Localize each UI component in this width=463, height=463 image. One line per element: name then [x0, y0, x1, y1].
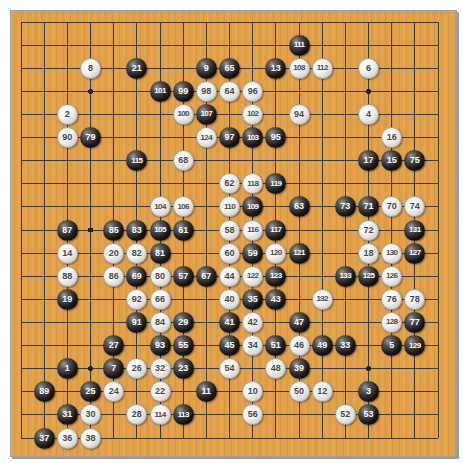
stone-black-move-131: 131	[404, 220, 425, 241]
stone-white-move-20: 20	[103, 243, 124, 264]
stone-black-move-45: 45	[219, 335, 240, 356]
stone-white-move-126: 126	[381, 266, 402, 287]
stone-black-move-23: 23	[173, 358, 194, 379]
stone-white-move-86: 86	[103, 266, 124, 287]
stone-white-move-50: 50	[289, 381, 310, 402]
stone-white-move-104: 104	[150, 196, 171, 217]
stone-black-move-113: 113	[173, 404, 194, 425]
stone-black-move-117: 117	[265, 220, 286, 241]
stone-black-move-121: 121	[289, 243, 310, 264]
stone-black-move-133: 133	[335, 266, 356, 287]
stone-black-move-111: 111	[289, 35, 310, 56]
stone-white-move-124: 124	[196, 127, 217, 148]
stone-black-move-33: 33	[335, 335, 356, 356]
star-point	[88, 228, 93, 233]
stone-black-move-127: 127	[404, 243, 425, 264]
star-point	[366, 89, 371, 94]
stone-black-move-63: 63	[289, 196, 310, 217]
stone-white-move-58: 58	[219, 220, 240, 241]
stone-white-move-128: 128	[381, 312, 402, 333]
star-point	[366, 366, 371, 371]
stone-white-move-36: 36	[57, 428, 78, 449]
stone-white-move-122: 122	[242, 266, 263, 287]
stone-white-move-8: 8	[80, 58, 101, 79]
stone-white-move-18: 18	[358, 243, 379, 264]
stone-black-move-47: 47	[289, 312, 310, 333]
stone-white-move-92: 92	[126, 289, 147, 310]
stone-black-move-65: 65	[219, 58, 240, 79]
stone-white-move-90: 90	[57, 127, 78, 148]
stone-black-move-101: 101	[150, 81, 171, 102]
stone-black-move-97: 97	[219, 127, 240, 148]
stone-white-move-96: 96	[242, 81, 263, 102]
stone-black-move-13: 13	[265, 58, 286, 79]
page-background: 1234567891011121314151617181920212223242…	[0, 0, 463, 463]
stone-black-move-35: 35	[242, 289, 263, 310]
stone-black-move-105: 105	[150, 220, 171, 241]
stone-black-move-89: 89	[34, 381, 55, 402]
stone-white-move-82: 82	[126, 243, 147, 264]
stone-black-move-123: 123	[265, 266, 286, 287]
stone-white-move-4: 4	[358, 104, 379, 125]
stone-white-move-40: 40	[219, 289, 240, 310]
stone-white-move-22: 22	[150, 381, 171, 402]
stone-black-move-69: 69	[126, 266, 147, 287]
stone-white-move-78: 78	[404, 289, 425, 310]
stone-white-move-94: 94	[289, 104, 310, 125]
stone-white-move-60: 60	[219, 243, 240, 264]
stone-black-move-87: 87	[57, 220, 78, 241]
stone-white-move-98: 98	[196, 81, 217, 102]
stone-white-move-38: 38	[80, 428, 101, 449]
stone-black-move-125: 125	[358, 266, 379, 287]
stone-black-move-11: 11	[196, 381, 217, 402]
stone-black-move-57: 57	[173, 266, 194, 287]
stone-white-move-46: 46	[289, 335, 310, 356]
stone-white-move-108: 108	[289, 58, 310, 79]
go-board[interactable]: 1234567891011121314151617181920212223242…	[10, 10, 457, 457]
stone-black-move-39: 39	[289, 358, 310, 379]
stone-white-move-76: 76	[381, 289, 402, 310]
stone-white-move-106: 106	[173, 196, 194, 217]
stone-white-move-116: 116	[242, 220, 263, 241]
stone-black-move-85: 85	[103, 220, 124, 241]
stone-white-move-132: 132	[312, 289, 333, 310]
stone-white-move-130: 130	[381, 243, 402, 264]
stone-black-move-19: 19	[57, 289, 78, 310]
stone-white-move-32: 32	[150, 358, 171, 379]
stone-white-move-12: 12	[312, 381, 333, 402]
star-point	[88, 366, 93, 371]
stone-white-move-14: 14	[57, 243, 78, 264]
stone-black-move-79: 79	[80, 127, 101, 148]
stone-black-move-81: 81	[150, 243, 171, 264]
stone-black-move-67: 67	[196, 266, 217, 287]
stone-white-move-84: 84	[150, 312, 171, 333]
star-point	[88, 89, 93, 94]
stone-white-move-2: 2	[57, 104, 78, 125]
stone-black-move-83: 83	[126, 220, 147, 241]
stone-white-move-120: 120	[265, 243, 286, 264]
stone-black-move-37: 37	[34, 428, 55, 449]
stone-black-move-29: 29	[173, 312, 194, 333]
stone-white-move-88: 88	[57, 266, 78, 287]
stone-white-move-66: 66	[150, 289, 171, 310]
stone-white-move-112: 112	[312, 58, 333, 79]
stone-white-move-100: 100	[173, 104, 194, 125]
stone-white-move-80: 80	[150, 266, 171, 287]
stone-black-move-9: 9	[196, 58, 217, 79]
stone-black-move-49: 49	[312, 335, 333, 356]
stone-black-move-99: 99	[173, 81, 194, 102]
stone-black-move-55: 55	[173, 335, 194, 356]
stone-white-move-72: 72	[358, 220, 379, 241]
stone-black-move-21: 21	[126, 58, 147, 79]
stone-black-move-43: 43	[265, 289, 286, 310]
stone-black-move-61: 61	[173, 220, 194, 241]
stone-black-move-107: 107	[196, 104, 217, 125]
stone-white-move-6: 6	[358, 58, 379, 79]
stone-black-move-93: 93	[150, 335, 171, 356]
stone-black-move-1: 1	[57, 358, 78, 379]
stone-white-move-114: 114	[150, 404, 171, 425]
stone-white-move-102: 102	[242, 104, 263, 125]
stone-white-move-68: 68	[173, 150, 194, 171]
stone-white-move-42: 42	[242, 312, 263, 333]
stone-white-move-64: 64	[219, 81, 240, 102]
stone-black-move-59: 59	[242, 243, 263, 264]
stone-white-move-44: 44	[219, 266, 240, 287]
stone-black-move-41: 41	[219, 312, 240, 333]
